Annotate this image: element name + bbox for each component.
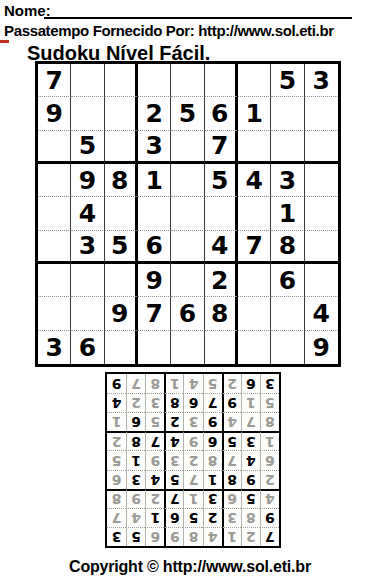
name-underline [44,17,352,19]
puzzle-cell-r9c2: 6 [71,331,104,364]
puzzle-cell-r5c9[interactable] [305,197,338,230]
puzzle-cell-r3c3[interactable] [105,131,138,164]
solution-cell-r8c5: 6 [183,393,202,412]
puzzle-cell-r3c8[interactable] [271,131,304,164]
puzzle-cell-r9c4[interactable] [138,331,171,364]
puzzle-cell-r7c9[interactable] [305,264,338,297]
puzzle-cell-r6c9[interactable] [305,231,338,264]
solution-cell-r3c5: 1 [183,489,202,508]
solution-cell-r6c2: 3 [241,431,260,450]
solution-cell-r5c2: 4 [241,450,260,469]
solution-cell-r2c9: 7 [107,508,126,527]
puzzle-cell-r6c8: 8 [271,231,304,264]
solution-cell-r4c9: 6 [107,470,126,489]
puzzle-cell-r1c4[interactable] [138,64,171,97]
puzzle-cell-r3c7[interactable] [238,131,271,164]
solution-cell-r9c9: 9 [107,374,126,393]
puzzle-cell-r9c3[interactable] [105,331,138,364]
puzzle-cell-r3c1[interactable] [38,131,71,164]
solution-cell-r7c2: 7 [241,412,260,431]
puzzle-cell-r3c2: 5 [71,131,104,164]
puzzle-cell-r5c1[interactable] [38,197,71,230]
solution-cell-r1c6: 9 [164,527,183,546]
solution-cell-r5c8: 1 [126,450,145,469]
solution-cell-r4c7: 4 [145,470,164,489]
puzzle-cell-r8c8[interactable] [271,297,304,330]
puzzle-cell-r2c9[interactable] [305,97,338,130]
solution-cell-r4c5: 7 [183,470,202,489]
solution-cell-r5c6: 3 [164,450,183,469]
solution-cell-r9c2: 6 [241,374,260,393]
puzzle-cell-r3c5[interactable] [171,131,204,164]
puzzle-cell-r1c6[interactable] [205,64,238,97]
solution-cell-r9c5: 4 [183,374,202,393]
solution-cell-r6c4: 6 [203,431,222,450]
puzzle-cell-r3c4: 3 [138,131,171,164]
puzzle-cell-r2c3[interactable] [105,97,138,130]
puzzle-cell-r1c3[interactable] [105,64,138,97]
solution-cell-r3c8: 9 [126,489,145,508]
puzzle-cell-r5c4[interactable] [138,197,171,230]
solution-cell-r1c4: 4 [203,527,222,546]
solution-cell-r2c1: 9 [260,508,279,527]
solution-cell-r8c1: 5 [260,393,279,412]
solution-cell-r2c5: 5 [183,508,202,527]
solution-cell-r3c6: 7 [164,489,183,508]
solution-cell-r4c4: 1 [203,470,222,489]
puzzle-cell-r9c5[interactable] [171,331,204,364]
solution-cell-r3c9: 8 [107,489,126,508]
puzzle-cell-r4c5[interactable] [171,164,204,197]
solution-cell-r8c2: 1 [241,393,260,412]
solution-cell-r1c7: 6 [145,527,164,546]
solution-cell-r4c6: 5 [164,470,183,489]
solution-cell-r7c3: 4 [222,412,241,431]
solution-cell-r1c8: 5 [126,527,145,546]
puzzle-cell-r9c6[interactable] [205,331,238,364]
solution-cell-r5c1: 6 [260,450,279,469]
solution-cell-r3c3: 6 [222,489,241,508]
solution-cell-r1c2: 2 [241,527,260,546]
solution-cell-r8c7: 3 [145,393,164,412]
puzzle-cell-r6c2: 3 [71,231,104,264]
puzzle-cell-r8c7[interactable] [238,297,271,330]
puzzle-cell-r8c6: 8 [205,297,238,330]
solution-cell-r8c3: 9 [222,393,241,412]
solution-cell-r7c7: 5 [145,412,164,431]
copyright-line: Copyright © http://www.sol.eti.br [0,558,380,576]
puzzle-cell-r5c6[interactable] [205,197,238,230]
solution-cell-r6c6: 4 [164,431,183,450]
puzzle-cell-r8c5: 6 [171,297,204,330]
puzzle-cell-r4c1[interactable] [38,164,71,197]
solution-cell-r6c5: 9 [183,431,202,450]
solution-cell-r1c1: 7 [260,527,279,546]
puzzle-cell-r8c4: 7 [138,297,171,330]
solution-cell-r9c7: 8 [145,374,164,393]
red-divider-fragment [0,40,9,43]
puzzle-cell-r4c6: 5 [205,164,238,197]
puzzle-cell-r1c2[interactable] [71,64,104,97]
puzzle-cell-r4c4: 1 [138,164,171,197]
puzzle-cell-r5c2: 4 [71,197,104,230]
puzzle-cell-r6c3: 5 [105,231,138,264]
solution-cell-r1c5: 8 [183,527,202,546]
puzzle-cell-r2c8[interactable] [271,97,304,130]
puzzle-cell-r1c1: 7 [38,64,71,97]
puzzle-cell-r7c6: 2 [205,264,238,297]
solution-cell-r3c4: 3 [203,489,222,508]
solution-cell-r5c9: 5 [107,450,126,469]
puzzle-cell-r4c7: 4 [238,164,271,197]
solution-cell-r5c7: 9 [145,450,164,469]
solution-cell-r7c4: 9 [203,412,222,431]
solution-cell-r1c3: 1 [222,527,241,546]
puzzle-cell-r6c6: 4 [205,231,238,264]
puzzle-cell-r1c9: 3 [305,64,338,97]
puzzle-cell-r9c8[interactable] [271,331,304,364]
puzzle-cell-r2c7: 1 [238,97,271,130]
solution-cell-r5c5: 2 [183,450,202,469]
solution-cell-r8c9: 4 [107,393,126,412]
puzzle-cell-r2c4: 2 [138,97,171,130]
puzzle-cell-r4c2: 9 [71,164,104,197]
solution-cell-r4c8: 3 [126,470,145,489]
solution-cell-r7c8: 6 [126,412,145,431]
puzzle-cell-r3c9[interactable] [305,131,338,164]
puzzle-cell-r8c3: 9 [105,297,138,330]
puzzle-cell-r4c9[interactable] [305,164,338,197]
puzzle-cell-r7c1[interactable] [38,264,71,297]
provider-line: Passatempo Fornecido Por: http://www.sol… [4,22,334,39]
puzzle-cell-r6c5[interactable] [171,231,204,264]
puzzle-cell-r5c3[interactable] [105,197,138,230]
solution-cell-r2c6: 6 [164,508,183,527]
solution-cell-r9c6: 1 [164,374,183,393]
puzzle-cell-r6c1[interactable] [38,231,71,264]
puzzle-cell-r9c9: 9 [305,331,338,364]
puzzle-cell-r1c5[interactable] [171,64,204,97]
puzzle-cell-r4c8: 3 [271,164,304,197]
solution-cell-r8c4: 7 [203,393,222,412]
solution-cell-r5c4: 8 [203,450,222,469]
solution-cell-r6c3: 5 [222,431,241,450]
solution-cell-r2c4: 2 [203,508,222,527]
solution-cell-r7c1: 8 [260,412,279,431]
solution-cell-r4c1: 2 [260,470,279,489]
solution-cell-r8c8: 2 [126,393,145,412]
solution-cell-r9c4: 5 [203,374,222,393]
solution-cell-r3c1: 4 [260,489,279,508]
puzzle-cell-r2c5: 5 [171,97,204,130]
puzzle-cell-r9c1: 3 [38,331,71,364]
solution-cell-r9c1: 3 [260,374,279,393]
puzzle-cell-r6c4: 6 [138,231,171,264]
solution-cell-r2c2: 8 [241,508,260,527]
puzzle-cell-r7c4: 9 [138,264,171,297]
solution-cell-r3c7: 2 [145,489,164,508]
puzzle-cell-r5c8: 1 [271,197,304,230]
solution-cell-r3c2: 5 [241,489,260,508]
solution-cell-r1c9: 3 [107,527,126,546]
puzzle-cell-r2c6: 6 [205,97,238,130]
solution-cell-r9c3: 2 [222,374,241,393]
puzzle-cell-r8c2[interactable] [71,297,104,330]
solution-cell-r6c7: 7 [145,431,164,450]
puzzle-cell-r2c1: 9 [38,97,71,130]
solution-cell-r2c7: 1 [145,508,164,527]
puzzle-cell-r9c7[interactable] [238,331,271,364]
puzzle-cell-r5c7[interactable] [238,197,271,230]
puzzle-cell-r6c7: 7 [238,231,271,264]
puzzle-cell-r7c2[interactable] [71,264,104,297]
puzzle-cell-r8c9: 4 [305,297,338,330]
solution-cell-r9c8: 7 [126,374,145,393]
solution-cell-r7c6: 2 [164,412,183,431]
solution-cell-r6c8: 8 [126,431,145,450]
puzzle-cell-r7c5[interactable] [171,264,204,297]
sudoku-puzzle-grid: 753925615379815434135647892697684369 [35,61,341,367]
solution-cell-r7c9: 1 [107,412,126,431]
solution-cell-r5c3: 7 [222,450,241,469]
puzzle-cell-r7c8: 6 [271,264,304,297]
solution-cell-r8c6: 8 [164,393,183,412]
puzzle-cell-r4c3: 8 [105,164,138,197]
puzzle-cell-r5c5[interactable] [171,197,204,230]
puzzle-cell-r3c6: 7 [205,131,238,164]
solution-cell-r6c1: 1 [260,431,279,450]
solution-cell-r6c9: 2 [107,431,126,450]
solution-cell-r4c3: 8 [222,470,241,489]
solution-cell-r2c3: 3 [222,508,241,527]
solution-cell-r2c8: 4 [126,508,145,527]
puzzle-cell-r2c2[interactable] [71,97,104,130]
sudoku-solution-grid-rotated: 7214896539832561474563172982981754366478… [105,372,281,548]
solution-cell-r7c5: 3 [183,412,202,431]
solution-cell-r4c2: 9 [241,470,260,489]
puzzle-cell-r1c7[interactable] [238,64,271,97]
puzzle-cell-r7c7[interactable] [238,264,271,297]
puzzle-cell-r8c1[interactable] [38,297,71,330]
puzzle-cell-r1c8: 5 [271,64,304,97]
puzzle-cell-r7c3[interactable] [105,264,138,297]
